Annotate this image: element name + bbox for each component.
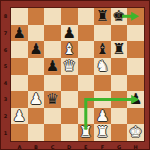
square-a1[interactable]	[11, 124, 28, 141]
square-f3[interactable]	[94, 91, 111, 108]
piece-black-queen-c3[interactable]: ♛	[44, 91, 61, 108]
piece-white-pawn-f2[interactable]: ♟	[94, 108, 111, 125]
square-e2[interactable]	[78, 108, 95, 125]
piece-white-pawn-a2[interactable]: ♟	[11, 108, 28, 125]
piece-black-pawn-a7[interactable]: ♟	[11, 25, 28, 42]
piece-white-rook-e1[interactable]: ♜	[78, 124, 95, 141]
square-f8[interactable]: ♜	[94, 8, 111, 25]
rank-label-7: 7	[1, 25, 10, 42]
square-f5[interactable]: ♞	[94, 58, 111, 75]
square-g8[interactable]: ♚	[111, 8, 128, 25]
square-a5[interactable]	[11, 58, 28, 75]
square-b2[interactable]	[28, 108, 45, 125]
square-a2[interactable]: ♟	[11, 108, 28, 125]
square-e8[interactable]	[78, 8, 95, 25]
square-a4[interactable]	[11, 75, 28, 92]
square-h1[interactable]: ♚	[127, 124, 144, 141]
file-label-b: B	[28, 142, 45, 150]
rank-label-1: 1	[1, 124, 10, 141]
piece-white-king-h1[interactable]: ♚	[127, 124, 144, 141]
square-e7[interactable]	[78, 25, 95, 42]
file-label-h: H	[127, 142, 144, 150]
square-g3[interactable]	[111, 91, 128, 108]
chess-diagram: ♜♚♟♟♟♝♝♜♟♛♞♟♛♟♟♟♜♜♚ 87654321 ABCDEFGH	[0, 0, 150, 150]
square-h2[interactable]	[127, 108, 144, 125]
file-label-g: G	[111, 142, 128, 150]
piece-black-rook-g6[interactable]: ♜	[111, 41, 128, 58]
file-label-a: A	[11, 142, 28, 150]
square-b1[interactable]	[28, 124, 45, 141]
square-d2[interactable]	[61, 108, 78, 125]
rank-label-6: 6	[1, 41, 10, 58]
square-b6[interactable]: ♟	[28, 41, 45, 58]
square-f2[interactable]: ♟	[94, 108, 111, 125]
square-g6[interactable]: ♜	[111, 41, 128, 58]
square-g5[interactable]	[111, 58, 128, 75]
square-h7[interactable]	[127, 25, 144, 42]
square-c8[interactable]	[44, 8, 61, 25]
square-d7[interactable]: ♟	[61, 25, 78, 42]
square-a7[interactable]: ♟	[11, 25, 28, 42]
square-c6[interactable]	[44, 41, 61, 58]
square-f4[interactable]	[94, 75, 111, 92]
square-b8[interactable]	[28, 8, 45, 25]
square-b7[interactable]	[28, 25, 45, 42]
file-label-f: F	[94, 142, 111, 150]
file-label-e: E	[78, 142, 95, 150]
piece-black-pawn-d7[interactable]: ♟	[61, 25, 78, 42]
piece-white-bishop-d6[interactable]: ♝	[61, 41, 78, 58]
square-e6[interactable]	[78, 41, 95, 58]
square-h3[interactable]: ♟	[127, 91, 144, 108]
square-d4[interactable]	[61, 75, 78, 92]
square-d6[interactable]: ♝	[61, 41, 78, 58]
file-label-c: C	[44, 142, 61, 150]
square-g7[interactable]	[111, 25, 128, 42]
square-d3[interactable]	[61, 91, 78, 108]
square-f7[interactable]	[94, 25, 111, 42]
square-b5[interactable]	[28, 58, 45, 75]
rank-label-5: 5	[1, 58, 10, 75]
file-label-d: D	[61, 142, 78, 150]
square-a8[interactable]	[11, 8, 28, 25]
square-g1[interactable]	[111, 124, 128, 141]
piece-black-pawn-b6[interactable]: ♟	[28, 41, 45, 58]
square-h5[interactable]	[127, 58, 144, 75]
piece-white-knight-f5[interactable]: ♞	[94, 58, 111, 75]
piece-white-rook-f1[interactable]: ♜	[94, 124, 111, 141]
square-c7[interactable]	[44, 25, 61, 42]
piece-black-pawn-c5[interactable]: ♟	[44, 58, 61, 75]
piece-white-pawn-b3[interactable]: ♟	[28, 91, 45, 108]
square-c4[interactable]	[44, 75, 61, 92]
square-b4[interactable]	[28, 75, 45, 92]
square-d5[interactable]: ♛	[61, 58, 78, 75]
square-e3[interactable]	[78, 91, 95, 108]
square-h6[interactable]	[127, 41, 144, 58]
square-e4[interactable]	[78, 75, 95, 92]
square-b3[interactable]: ♟	[28, 91, 45, 108]
square-a3[interactable]	[11, 91, 28, 108]
square-g2[interactable]	[111, 108, 128, 125]
piece-black-king-g8[interactable]: ♚	[111, 8, 128, 25]
rank-label-3: 3	[1, 91, 10, 108]
square-g4[interactable]	[111, 75, 128, 92]
square-c5[interactable]: ♟	[44, 58, 61, 75]
square-f6[interactable]: ♝	[94, 41, 111, 58]
rank-label-4: 4	[1, 75, 10, 92]
square-h8[interactable]	[127, 8, 144, 25]
piece-black-bishop-f6[interactable]: ♝	[94, 41, 111, 58]
piece-black-pawn-h3[interactable]: ♟	[127, 91, 144, 108]
chess-board[interactable]: ♜♚♟♟♟♝♝♜♟♛♞♟♛♟♟♟♜♜♚	[11, 8, 144, 141]
square-c2[interactable]	[44, 108, 61, 125]
square-c1[interactable]	[44, 124, 61, 141]
piece-black-rook-f8[interactable]: ♜	[94, 8, 111, 25]
rank-label-8: 8	[1, 8, 10, 25]
rank-label-2: 2	[1, 108, 10, 125]
square-d8[interactable]	[61, 8, 78, 25]
square-e1[interactable]: ♜	[78, 124, 95, 141]
square-c3[interactable]: ♛	[44, 91, 61, 108]
square-d1[interactable]	[61, 124, 78, 141]
square-f1[interactable]: ♜	[94, 124, 111, 141]
square-a6[interactable]	[11, 41, 28, 58]
square-h4[interactable]	[127, 75, 144, 92]
piece-white-queen-d5[interactable]: ♛	[61, 58, 78, 75]
square-e5[interactable]	[78, 58, 95, 75]
